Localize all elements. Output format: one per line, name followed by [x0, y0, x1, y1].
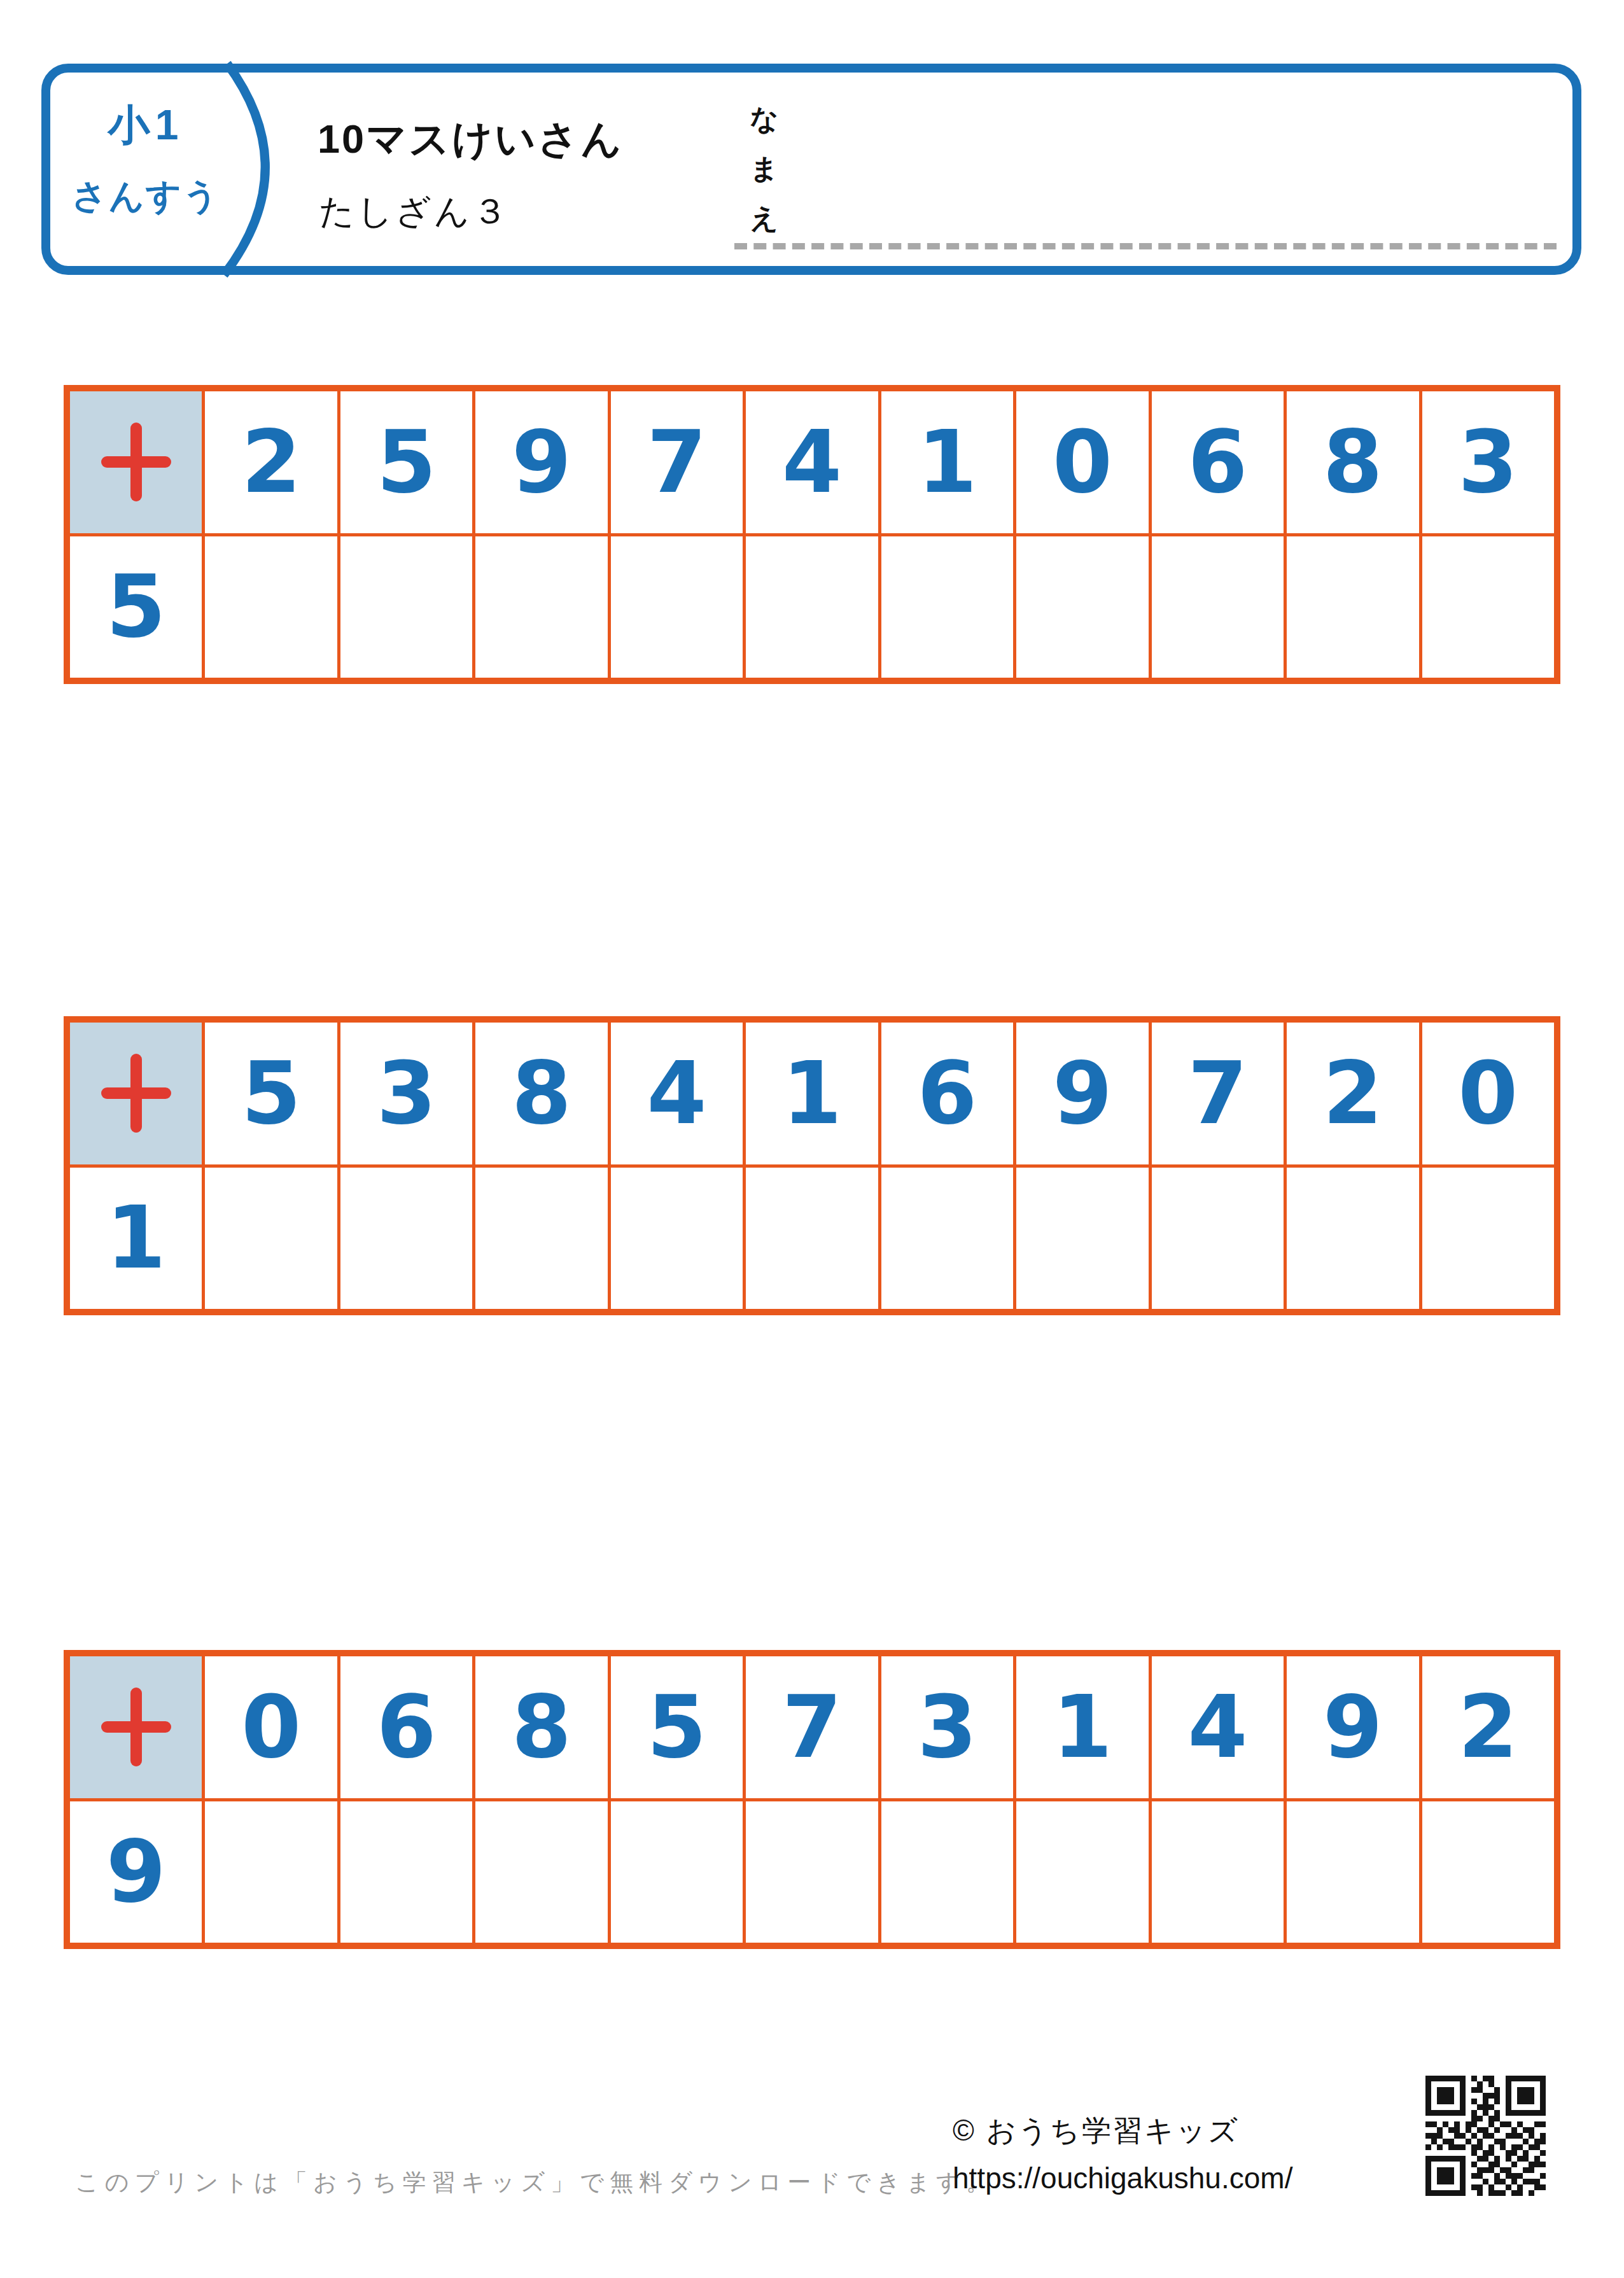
qr-module [1483, 2179, 1488, 2184]
answer-cell [1422, 1168, 1554, 1310]
qr-module [1523, 2173, 1529, 2179]
qr-module [1448, 2144, 1454, 2150]
qr-module [1523, 2184, 1529, 2190]
qr-module [1437, 2173, 1443, 2179]
qr-module [1483, 2184, 1488, 2190]
qr-module [1454, 2087, 1460, 2093]
answer-cell [205, 1801, 337, 1943]
qr-module [1460, 2139, 1466, 2144]
qr-module [1529, 2173, 1534, 2179]
qr-module [1500, 2190, 1506, 2196]
qr-module [1523, 2162, 1529, 2167]
download-note: このプリントは「おうち学習キッズ」で無料ダウンロードできます。 [75, 2167, 995, 2198]
qr-module [1488, 2156, 1494, 2162]
qr-module [1431, 2190, 1437, 2196]
qr-module [1494, 2116, 1500, 2121]
qr-module [1494, 2127, 1500, 2133]
qr-module [1431, 2099, 1437, 2104]
qr-module [1517, 2139, 1523, 2144]
qr-module [1534, 2121, 1540, 2127]
qr-module [1523, 2167, 1529, 2173]
qr-module [1443, 2150, 1448, 2156]
qr-module [1431, 2139, 1437, 2144]
qr-module [1506, 2173, 1511, 2179]
qr-module [1437, 2144, 1443, 2150]
qr-module [1523, 2081, 1529, 2087]
qr-module [1460, 2087, 1466, 2093]
qr-module [1460, 2076, 1466, 2081]
qr-module [1540, 2162, 1546, 2167]
operand-cell: 9 [1016, 1023, 1148, 1164]
copyright-text: © おうち学習キッズ [953, 2111, 1240, 2151]
qr-module [1540, 2139, 1546, 2144]
qr-module [1437, 2099, 1443, 2104]
qr-module [1488, 2150, 1494, 2156]
answer-cell [205, 536, 337, 678]
answer-cell [611, 1801, 743, 1943]
qr-module [1517, 2184, 1523, 2190]
qr-module [1471, 2110, 1477, 2116]
qr-module [1488, 2167, 1494, 2173]
qr-module [1448, 2150, 1454, 2156]
qr-module [1494, 2139, 1500, 2144]
answer-cell [1152, 536, 1284, 678]
operand-cell: 7 [611, 391, 743, 533]
qr-module [1437, 2184, 1443, 2190]
qr-module [1460, 2144, 1466, 2150]
qr-module [1483, 2139, 1488, 2144]
qr-module [1494, 2087, 1500, 2093]
qr-module [1523, 2156, 1529, 2162]
qr-module [1454, 2110, 1460, 2116]
qr-module [1511, 2116, 1517, 2121]
qr-module [1448, 2133, 1454, 2139]
operand-cell: 0 [1422, 1023, 1554, 1164]
qr-module [1534, 2156, 1540, 2162]
qr-module [1443, 2190, 1448, 2196]
qr-module [1454, 2162, 1460, 2167]
qr-module [1540, 2104, 1546, 2110]
answer-cell [881, 1168, 1013, 1310]
qr-module [1483, 2162, 1488, 2167]
qr-module [1466, 2081, 1471, 2087]
qr-module [1466, 2184, 1471, 2190]
qr-module [1511, 2110, 1517, 2116]
qr-module [1425, 2076, 1431, 2081]
qr-module [1471, 2162, 1477, 2167]
operand-cell: 7 [1152, 1023, 1284, 1164]
qr-module [1454, 2127, 1460, 2133]
addend-cell: 1 [70, 1168, 202, 1310]
qr-module [1460, 2190, 1466, 2196]
qr-module [1534, 2190, 1540, 2196]
qr-module [1529, 2104, 1534, 2110]
qr-module [1443, 2167, 1448, 2173]
qr-module [1534, 2133, 1540, 2139]
answer-cell [205, 1168, 337, 1310]
qr-module [1540, 2144, 1546, 2150]
qr-module [1511, 2093, 1517, 2099]
qr-module [1500, 2116, 1506, 2121]
qr-module [1500, 2167, 1506, 2173]
qr-module [1511, 2144, 1517, 2150]
qr-module [1443, 2093, 1448, 2099]
qr-module [1488, 2190, 1494, 2196]
qr-module [1500, 2173, 1506, 2179]
qr-module [1511, 2162, 1517, 2167]
qr-module [1494, 2110, 1500, 2116]
qr-module [1517, 2173, 1523, 2179]
qr-module [1454, 2099, 1460, 2104]
qr-module [1460, 2127, 1466, 2133]
qr-module [1437, 2167, 1443, 2173]
qr-module [1488, 2099, 1494, 2104]
qr-module [1500, 2076, 1506, 2081]
qr-module [1540, 2121, 1546, 2127]
qr-module [1431, 2150, 1437, 2156]
qr-module [1529, 2076, 1534, 2081]
qr-module [1477, 2104, 1483, 2110]
operand-cell: 2 [1287, 1023, 1418, 1164]
qr-module [1448, 2081, 1454, 2087]
qr-module [1443, 2127, 1448, 2133]
operand-cell: 7 [746, 1656, 878, 1798]
qr-module [1494, 2190, 1500, 2196]
qr-module [1443, 2144, 1448, 2150]
qr-module [1460, 2133, 1466, 2139]
qr-module [1500, 2099, 1506, 2104]
qr-module [1431, 2179, 1437, 2184]
operand-cell: 0 [1016, 391, 1148, 533]
qr-module [1540, 2190, 1546, 2196]
answer-cell [1287, 1801, 1418, 1943]
qr-module [1448, 2099, 1454, 2104]
qr-module [1517, 2133, 1523, 2139]
operand-cell: 4 [1152, 1656, 1284, 1798]
qr-module [1500, 2179, 1506, 2184]
qr-module [1431, 2087, 1437, 2093]
qr-module [1466, 2173, 1471, 2179]
qr-module [1534, 2179, 1540, 2184]
qr-module [1466, 2167, 1471, 2173]
qr-module [1488, 2133, 1494, 2139]
name-label-char: な [745, 99, 783, 139]
qr-module [1443, 2133, 1448, 2139]
operand-cell: 4 [611, 1023, 743, 1164]
qr-module [1431, 2081, 1437, 2087]
operand-cell: 1 [746, 1023, 878, 1164]
qr-module [1466, 2121, 1471, 2127]
qr-module [1477, 2156, 1483, 2162]
qr-module [1529, 2167, 1534, 2173]
qr-module [1425, 2173, 1431, 2179]
qr-module [1523, 2099, 1529, 2104]
qr-module [1477, 2087, 1483, 2093]
qr-module [1517, 2076, 1523, 2081]
operand-cell: 3 [1422, 391, 1554, 533]
qr-module [1500, 2150, 1506, 2156]
qr-module [1506, 2110, 1511, 2116]
qr-module [1534, 2081, 1540, 2087]
qr-module [1540, 2167, 1546, 2173]
qr-module [1534, 2099, 1540, 2104]
operand-cell: 8 [475, 1656, 607, 1798]
qr-module [1460, 2104, 1466, 2110]
qr-module [1448, 2167, 1454, 2173]
qr-module [1425, 2167, 1431, 2173]
qr-module [1431, 2173, 1437, 2179]
qr-module [1523, 2133, 1529, 2139]
operand-cell: 2 [1422, 1656, 1554, 1798]
qr-module [1488, 2081, 1494, 2087]
qr-module [1460, 2110, 1466, 2116]
qr-module [1534, 2167, 1540, 2173]
qr-module [1431, 2093, 1437, 2099]
answer-cell [1016, 1801, 1148, 1943]
qr-module [1517, 2127, 1523, 2133]
qr-module [1437, 2133, 1443, 2139]
qr-module [1523, 2104, 1529, 2110]
qr-module [1460, 2179, 1466, 2184]
addition-grid-1: 25974106835 [64, 385, 1560, 684]
qr-module [1494, 2179, 1500, 2184]
qr-module [1523, 2150, 1529, 2156]
qr-module [1471, 2139, 1477, 2144]
qr-module [1483, 2156, 1488, 2162]
qr-module [1540, 2173, 1546, 2179]
qr-module [1471, 2121, 1477, 2127]
qr-code-icon [1425, 2076, 1546, 2196]
qr-module [1477, 2081, 1483, 2087]
qr-module [1483, 2144, 1488, 2150]
qr-module [1534, 2184, 1540, 2190]
qr-module [1460, 2093, 1466, 2099]
qr-module [1471, 2133, 1477, 2139]
qr-module [1425, 2116, 1431, 2121]
qr-module [1460, 2173, 1466, 2179]
qr-module [1425, 2121, 1431, 2127]
qr-module [1506, 2184, 1511, 2190]
qr-module [1425, 2190, 1431, 2196]
operand-cell: 2 [205, 391, 337, 533]
qr-module [1437, 2110, 1443, 2116]
qr-module [1529, 2133, 1534, 2139]
qr-module [1529, 2099, 1534, 2104]
qr-module [1466, 2087, 1471, 2093]
qr-module [1500, 2093, 1506, 2099]
qr-module [1494, 2184, 1500, 2190]
qr-module [1540, 2127, 1546, 2133]
qr-module [1511, 2133, 1517, 2139]
qr-module [1448, 2162, 1454, 2167]
qr-module [1506, 2162, 1511, 2167]
qr-module [1540, 2156, 1546, 2162]
worksheet-page: 小1 さんすう 10マスけいさん たしざん３ な ま え 25974106835… [0, 0, 1624, 2278]
qr-module [1540, 2076, 1546, 2081]
qr-module [1517, 2144, 1523, 2150]
qr-module [1500, 2184, 1506, 2190]
qr-module [1517, 2093, 1523, 2099]
answer-cell [881, 1801, 1013, 1943]
qr-module [1477, 2116, 1483, 2121]
qr-module [1431, 2162, 1437, 2167]
qr-module [1523, 2127, 1529, 2133]
qr-module [1425, 2156, 1431, 2162]
qr-module [1437, 2162, 1443, 2167]
qr-module [1431, 2104, 1437, 2110]
qr-module [1431, 2121, 1437, 2127]
qr-module [1477, 2133, 1483, 2139]
qr-module [1483, 2081, 1488, 2087]
qr-module [1466, 2150, 1471, 2156]
qr-module [1529, 2150, 1534, 2156]
qr-module [1466, 2139, 1471, 2144]
qr-module [1500, 2087, 1506, 2093]
qr-module [1506, 2190, 1511, 2196]
qr-module [1431, 2076, 1437, 2081]
qr-module [1494, 2144, 1500, 2150]
qr-module [1540, 2087, 1546, 2093]
qr-module [1529, 2162, 1534, 2167]
qr-module [1443, 2139, 1448, 2144]
qr-module [1425, 2144, 1431, 2150]
qr-module [1443, 2156, 1448, 2162]
qr-module [1448, 2093, 1454, 2099]
qr-module [1511, 2184, 1517, 2190]
qr-module [1431, 2184, 1437, 2190]
qr-module [1443, 2104, 1448, 2110]
qr-module [1506, 2133, 1511, 2139]
qr-module [1488, 2184, 1494, 2190]
qr-module [1466, 2156, 1471, 2162]
qr-module [1454, 2076, 1460, 2081]
operand-cell: 9 [1287, 1656, 1418, 1798]
qr-module [1506, 2139, 1511, 2144]
qr-module [1431, 2110, 1437, 2116]
qr-module [1494, 2099, 1500, 2104]
qr-module [1494, 2162, 1500, 2167]
qr-module [1431, 2133, 1437, 2139]
qr-module [1454, 2133, 1460, 2139]
qr-module [1523, 2144, 1529, 2150]
qr-module [1448, 2110, 1454, 2116]
qr-module [1517, 2099, 1523, 2104]
qr-module [1448, 2139, 1454, 2144]
qr-module [1529, 2121, 1534, 2127]
qr-module [1488, 2162, 1494, 2167]
answer-cell [1422, 536, 1554, 678]
qr-module [1511, 2150, 1517, 2156]
qr-module [1540, 2179, 1546, 2184]
answer-cell [746, 1168, 878, 1310]
operand-cell: 8 [1287, 391, 1418, 533]
qr-module [1494, 2093, 1500, 2099]
page-subtitle: たしざん３ [319, 188, 510, 235]
qr-module [1471, 2116, 1477, 2121]
qr-module [1454, 2093, 1460, 2099]
qr-module [1443, 2116, 1448, 2121]
qr-module [1511, 2173, 1517, 2179]
qr-module [1506, 2167, 1511, 2173]
qr-module [1494, 2104, 1500, 2110]
qr-module [1517, 2156, 1523, 2162]
qr-module [1454, 2150, 1460, 2156]
subject-label: さんすう [50, 173, 241, 220]
qr-module [1437, 2104, 1443, 2110]
qr-module [1483, 2076, 1488, 2081]
qr-module [1506, 2116, 1511, 2121]
qr-module [1466, 2179, 1471, 2184]
qr-module [1477, 2093, 1483, 2099]
qr-module [1517, 2087, 1523, 2093]
qr-module [1477, 2184, 1483, 2190]
qr-module [1460, 2162, 1466, 2167]
qr-module [1443, 2076, 1448, 2081]
qr-module [1471, 2156, 1477, 2162]
qr-module [1523, 2190, 1529, 2196]
answer-cell [1287, 536, 1418, 678]
qr-module [1483, 2167, 1488, 2173]
qr-module [1466, 2076, 1471, 2081]
qr-module [1500, 2104, 1506, 2110]
operand-cell: 5 [205, 1023, 337, 1164]
qr-module [1448, 2104, 1454, 2110]
qr-module [1437, 2076, 1443, 2081]
qr-module [1477, 2121, 1483, 2127]
operand-cell: 6 [1152, 391, 1284, 533]
answer-cell [1016, 1168, 1148, 1310]
qr-module [1425, 2139, 1431, 2144]
qr-module [1460, 2116, 1466, 2121]
qr-module [1488, 2121, 1494, 2127]
qr-module [1517, 2162, 1523, 2167]
qr-module [1511, 2076, 1517, 2081]
qr-module [1471, 2093, 1477, 2099]
grade-label: 小1 [50, 97, 241, 154]
qr-module [1517, 2167, 1523, 2173]
qr-module [1443, 2121, 1448, 2127]
qr-module [1466, 2110, 1471, 2116]
qr-module [1466, 2162, 1471, 2167]
header-box: 小1 さんすう 10マスけいさん たしざん３ な ま え [41, 64, 1581, 275]
qr-module [1506, 2179, 1511, 2184]
qr-module [1471, 2173, 1477, 2179]
qr-module [1443, 2099, 1448, 2104]
answer-cell [1152, 1168, 1284, 1310]
qr-module [1500, 2121, 1506, 2127]
qr-module [1529, 2110, 1534, 2116]
qr-module [1477, 2099, 1483, 2104]
qr-module [1534, 2162, 1540, 2167]
qr-module [1448, 2127, 1454, 2133]
operand-cell: 5 [611, 1656, 743, 1798]
qr-module [1534, 2087, 1540, 2093]
qr-module [1448, 2179, 1454, 2184]
qr-module [1511, 2121, 1517, 2127]
qr-module [1488, 2179, 1494, 2184]
qr-module [1460, 2184, 1466, 2190]
addend-cell: 9 [70, 1801, 202, 1943]
qr-module [1443, 2173, 1448, 2179]
qr-module [1540, 2184, 1546, 2190]
qr-module [1477, 2167, 1483, 2173]
operand-cell: 0 [205, 1656, 337, 1798]
qr-module [1506, 2144, 1511, 2150]
qr-module [1431, 2167, 1437, 2173]
answer-cell [340, 536, 472, 678]
qr-module [1477, 2076, 1483, 2081]
qr-module [1506, 2093, 1511, 2099]
